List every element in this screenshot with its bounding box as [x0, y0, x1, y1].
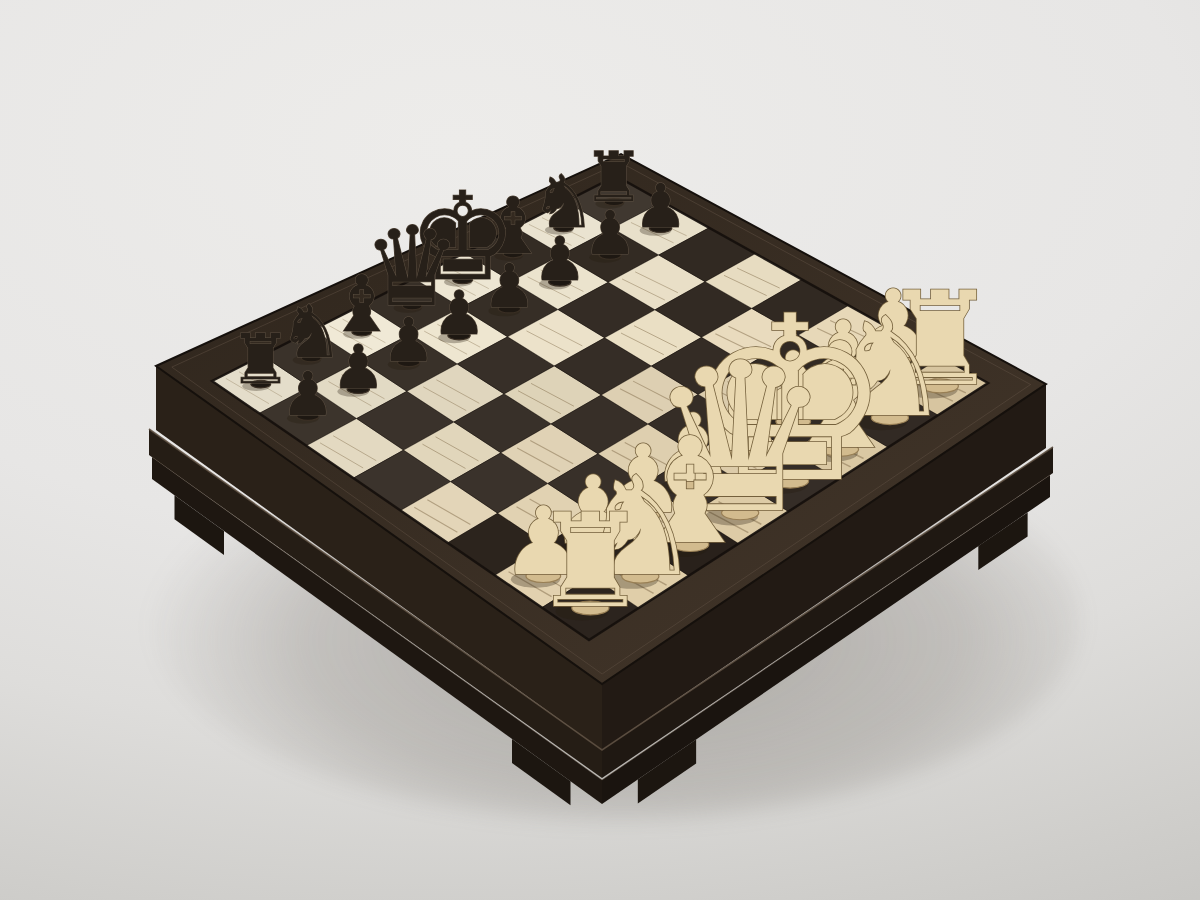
piece-black-pawn-g7[interactable]: ♟ — [583, 198, 637, 268]
piece-black-pawn-f7[interactable]: ♟ — [533, 224, 587, 294]
piece-black-pawn-h7[interactable]: ♟ — [633, 171, 687, 241]
piece-glyph: ♟ — [382, 305, 436, 375]
piece-glyph: ♟ — [432, 278, 486, 348]
piece-glyph: ♟ — [482, 251, 536, 321]
piece-white-rook-a1[interactable]: ♜ — [532, 486, 648, 637]
photo: ♜♞♟♝♟♚♟♛♟♝♟♞♟♟♜♜♟♟♟♞♟♝♟♚♟♛♟♝♟♟♞♜ — [0, 0, 1200, 900]
piece-glyph: ♟ — [281, 359, 335, 429]
piece-glyph: ♟ — [583, 198, 637, 268]
piece-glyph: ♟ — [533, 224, 587, 294]
piece-glyph: ♟ — [331, 332, 385, 402]
piece-glyph: ♟ — [633, 171, 687, 241]
piece-black-pawn-d7[interactable]: ♟ — [432, 278, 486, 348]
piece-black-pawn-c7[interactable]: ♟ — [382, 305, 436, 375]
chessboard-scene: ♜♞♟♝♟♚♟♛♟♝♟♞♟♟♜♜♟♟♟♞♟♝♟♚♟♛♟♝♟♟♞♜ — [0, 0, 1200, 900]
piece-black-pawn-a7[interactable]: ♟ — [281, 359, 335, 429]
piece-black-pawn-e7[interactable]: ♟ — [482, 251, 536, 321]
piece-black-pawn-b7[interactable]: ♟ — [331, 332, 385, 402]
piece-glyph: ♜ — [532, 486, 648, 637]
